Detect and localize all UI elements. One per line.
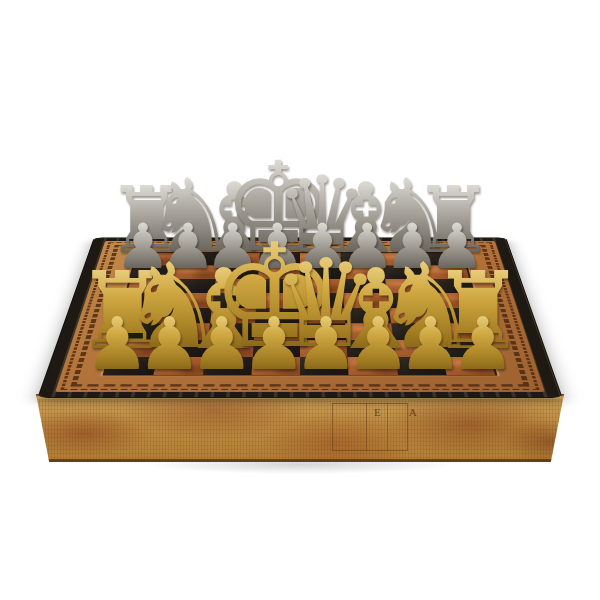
pieces-layer: ♜♞♝♚♛♝♞♜♟♟♟♟♟♟♟♟♜♞♝♚♛♝♞♜♟♟♟♟♟♟♟♟ (0, 0, 600, 600)
piece-gold-pawn-h1[interactable]: ♟ (450, 307, 515, 380)
chess-set-photo: E A ♜♞♝♚♛♝♞♜♟♟♟♟♟♟♟♟♜♞♝♚♛♝♞♜♟♟♟♟♟♟♟♟ (0, 0, 600, 600)
